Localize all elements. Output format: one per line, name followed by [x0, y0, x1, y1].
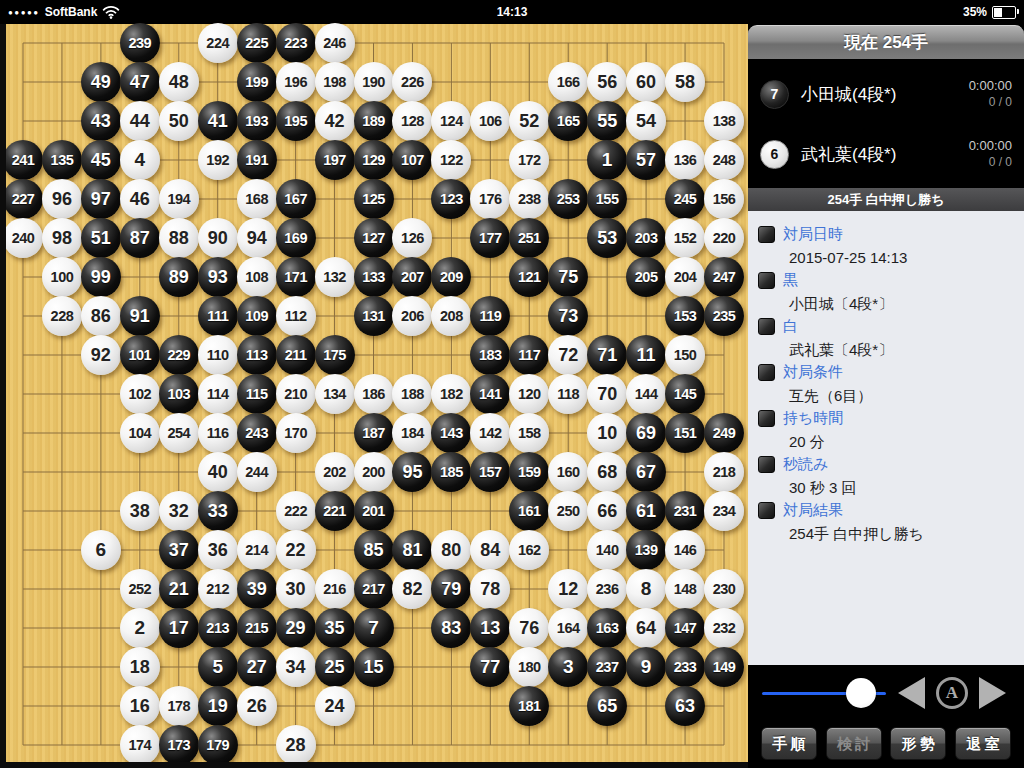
stone-black-11: 11 [626, 335, 666, 375]
stone-black-93: 93 [198, 257, 238, 297]
stone-black-155: 155 [587, 179, 627, 219]
stone-white-36: 36 [198, 530, 238, 570]
slider-knob[interactable] [846, 678, 876, 708]
square-bullet-icon [758, 318, 775, 335]
black-player-time: 0:00:00 [969, 78, 1012, 94]
stone-white-58: 58 [665, 62, 705, 102]
stone-white-216: 216 [315, 569, 355, 609]
square-bullet-icon [758, 226, 775, 243]
stone-black-29: 29 [276, 608, 316, 648]
stone-white-40: 40 [198, 452, 238, 492]
stone-white-92: 92 [81, 335, 121, 375]
square-bullet-icon [758, 364, 775, 381]
stone-white-150: 150 [665, 335, 705, 375]
stone-white-104: 104 [120, 413, 160, 453]
clock: 14:13 [0, 0, 1024, 24]
stone-white-254: 254 [159, 413, 199, 453]
stone-white-98: 98 [42, 218, 82, 258]
stone-black-205: 205 [626, 257, 666, 297]
stone-black-165: 165 [548, 101, 588, 141]
board-edge [0, 762, 748, 768]
stone-black-217: 217 [354, 569, 394, 609]
stone-black-199: 199 [237, 62, 277, 102]
stone-white-224: 224 [198, 23, 238, 63]
stone-white-168: 168 [237, 179, 277, 219]
stone-white-64: 64 [626, 608, 666, 648]
stone-black-35: 35 [315, 608, 355, 648]
stone-black-5: 5 [198, 647, 238, 687]
stone-black-113: 113 [237, 335, 277, 375]
stone-white-140: 140 [587, 530, 627, 570]
stone-black-211: 211 [276, 335, 316, 375]
territory-button[interactable]: 形勢 [890, 727, 946, 760]
info-value: 30 秒 3 回 [758, 476, 1014, 499]
stone-white-28: 28 [276, 725, 316, 765]
stone-white-94: 94 [237, 218, 277, 258]
stone-black-203: 203 [626, 218, 666, 258]
stone-white-252: 252 [120, 569, 160, 609]
stone-white-204: 204 [665, 257, 705, 297]
stone-white-30: 30 [276, 569, 316, 609]
info-label: 秒読み [758, 453, 1014, 476]
stone-white-68: 68 [587, 452, 627, 492]
info-label: 白 [758, 315, 1014, 338]
info-value: 20 分 [758, 430, 1014, 453]
stone-white-190: 190 [354, 62, 394, 102]
stone-black-241: 241 [3, 140, 43, 180]
info-label: 持ち時間 [758, 407, 1014, 430]
stone-white-152: 152 [665, 218, 705, 258]
stone-black-51: 51 [81, 218, 121, 258]
stone-white-114: 114 [198, 374, 238, 414]
stone-white-212: 212 [198, 569, 238, 609]
stone-black-85: 85 [354, 530, 394, 570]
stone-black-195: 195 [276, 101, 316, 141]
stone-white-42: 42 [315, 101, 355, 141]
game-info-panel: 現在 254手 7 小田城(4段*) 0:00:00 0 / 0 6 武礼葉(4… [748, 24, 1024, 768]
stone-black-53: 53 [587, 218, 627, 258]
black-player-name: 小田城(4段*) [801, 83, 957, 106]
stone-white-232: 232 [704, 608, 744, 648]
stone-black-61: 61 [626, 491, 666, 531]
stone-white-218: 218 [704, 452, 744, 492]
stone-black-163: 163 [587, 608, 627, 648]
stone-white-228: 228 [42, 296, 82, 336]
auto-play-button[interactable]: A [936, 677, 968, 709]
square-bullet-icon [758, 502, 775, 519]
stone-white-170: 170 [276, 413, 316, 453]
stone-black-47: 47 [120, 62, 160, 102]
stone-black-147: 147 [665, 608, 705, 648]
stone-black-131: 131 [354, 296, 394, 336]
stone-black-39: 39 [237, 569, 277, 609]
player-row-black: 7 小田城(4段*) 0:00:00 0 / 0 [748, 64, 1024, 124]
app-screen: ●●●●● SoftBank 14:13 35% 239224225223246… [0, 0, 1024, 768]
stone-white-138: 138 [704, 101, 744, 141]
stone-white-178: 178 [159, 686, 199, 726]
stone-black-111: 111 [198, 296, 238, 336]
stone-black-133: 133 [354, 257, 394, 297]
stone-black-15: 15 [354, 647, 394, 687]
stone-white-240: 240 [3, 218, 43, 258]
stone-white-250: 250 [548, 491, 588, 531]
move-order-button[interactable]: 手順 [761, 727, 817, 760]
info-value: 小田城〔4段*〕 [758, 292, 1014, 315]
stone-black-249: 249 [704, 413, 744, 453]
white-player-time: 0:00:00 [969, 138, 1012, 154]
stone-white-22: 22 [276, 530, 316, 570]
stone-white-146: 146 [665, 530, 705, 570]
stone-white-16: 16 [120, 686, 160, 726]
info-label: 対局日時 [758, 223, 1014, 246]
stone-black-151: 151 [665, 413, 705, 453]
next-move-button[interactable] [979, 677, 1006, 709]
stone-black-101: 101 [120, 335, 160, 375]
stone-white-236: 236 [587, 569, 627, 609]
stone-black-159: 159 [509, 452, 549, 492]
stone-white-186: 186 [354, 374, 394, 414]
stone-white-234: 234 [704, 491, 744, 531]
stone-white-60: 60 [626, 62, 666, 102]
stone-white-18: 18 [120, 647, 160, 687]
stone-black-37: 37 [159, 530, 199, 570]
stone-white-220: 220 [704, 218, 744, 258]
stone-white-44: 44 [120, 101, 160, 141]
stone-black-43: 43 [81, 101, 121, 141]
stone-white-144: 144 [626, 374, 666, 414]
stone-white-108: 108 [237, 257, 277, 297]
stone-white-244: 244 [237, 452, 277, 492]
stone-black-193: 193 [237, 101, 277, 141]
stone-black-173: 173 [159, 725, 199, 765]
black-stone-badge: 7 [760, 80, 789, 109]
stone-black-99: 99 [81, 257, 121, 297]
stone-white-76: 76 [509, 608, 549, 648]
stone-white-34: 34 [276, 647, 316, 687]
status-bar: ●●●●● SoftBank 14:13 35% [0, 0, 1024, 24]
stone-black-225: 225 [237, 23, 277, 63]
stone-black-221: 221 [315, 491, 355, 531]
stone-black-215: 215 [237, 608, 277, 648]
exit-button[interactable]: 退室 [955, 727, 1011, 760]
stone-black-213: 213 [198, 608, 238, 648]
stone-white-52: 52 [509, 101, 549, 141]
stone-black-97: 97 [81, 179, 121, 219]
stone-white-230: 230 [704, 569, 744, 609]
board-edge [0, 24, 6, 768]
stone-black-201: 201 [354, 491, 394, 531]
stone-black-41: 41 [198, 101, 238, 141]
stone-black-65: 65 [587, 686, 627, 726]
stone-black-197: 197 [315, 140, 355, 180]
stone-black-45: 45 [81, 140, 121, 180]
stone-white-90: 90 [198, 218, 238, 258]
stone-white-56: 56 [587, 62, 627, 102]
stone-white-54: 54 [626, 101, 666, 141]
battery-icon [992, 6, 1016, 19]
stone-white-72: 72 [548, 335, 588, 375]
stone-black-89: 89 [159, 257, 199, 297]
stone-black-245: 245 [665, 179, 705, 219]
stone-white-102: 102 [120, 374, 160, 414]
stone-white-48: 48 [159, 62, 199, 102]
stone-black-129: 129 [354, 140, 394, 180]
stone-white-110: 110 [198, 335, 238, 375]
stone-white-134: 134 [315, 374, 355, 414]
stone-black-161: 161 [509, 491, 549, 531]
stone-black-167: 167 [276, 179, 316, 219]
stone-black-87: 87 [120, 218, 160, 258]
player-row-white: 6 武礼葉(4段*) 0:00:00 0 / 0 [748, 124, 1024, 184]
stone-white-238: 238 [509, 179, 549, 219]
stone-black-25: 25 [315, 647, 355, 687]
white-player-periods: 0 / 0 [969, 155, 1012, 170]
stone-black-21: 21 [159, 569, 199, 609]
stone-black-125: 125 [354, 179, 394, 219]
stone-black-71: 71 [587, 335, 627, 375]
stone-white-88: 88 [159, 218, 199, 258]
battery-percent: 35% [963, 5, 987, 19]
stone-white-172: 172 [509, 140, 549, 180]
stone-white-156: 156 [704, 179, 744, 219]
stone-black-253: 253 [548, 179, 588, 219]
stone-black-149: 149 [704, 647, 744, 687]
square-bullet-icon [758, 456, 775, 473]
square-bullet-icon [758, 272, 775, 289]
info-label: 黒 [758, 269, 1014, 292]
stone-black-17: 17 [159, 608, 199, 648]
stone-white-214: 214 [237, 530, 277, 570]
stone-white-120: 120 [509, 374, 549, 414]
stone-black-27: 27 [237, 647, 277, 687]
stone-black-223: 223 [276, 23, 316, 63]
stone-black-237: 237 [587, 647, 627, 687]
stone-black-251: 251 [509, 218, 549, 258]
stone-black-49: 49 [81, 62, 121, 102]
stone-white-164: 164 [548, 608, 588, 648]
prev-move-button[interactable] [898, 677, 925, 709]
stone-black-169: 169 [276, 218, 316, 258]
stone-black-69: 69 [626, 413, 666, 453]
stone-white-160: 160 [548, 452, 588, 492]
stone-black-135: 135 [42, 140, 82, 180]
stone-black-175: 175 [315, 335, 355, 375]
stone-black-171: 171 [276, 257, 316, 297]
square-bullet-icon [758, 410, 775, 427]
bottom-button-bar: 手順 検討 形勢 退室 [748, 727, 1024, 761]
stone-black-187: 187 [354, 413, 394, 453]
stone-white-136: 136 [665, 140, 705, 180]
stone-white-4: 4 [120, 140, 160, 180]
white-player-name: 武礼葉(4段*) [801, 143, 957, 166]
stone-black-117: 117 [509, 335, 549, 375]
stone-white-112: 112 [276, 296, 316, 336]
stone-white-26: 26 [237, 686, 277, 726]
stone-white-100: 100 [42, 257, 82, 297]
stone-white-174: 174 [120, 725, 160, 765]
review-button[interactable]: 検討 [826, 727, 882, 760]
stone-white-162: 162 [509, 530, 549, 570]
stone-white-8: 8 [626, 569, 666, 609]
stone-black-153: 153 [665, 296, 705, 336]
stone-black-19: 19 [198, 686, 238, 726]
stone-white-6: 6 [81, 530, 121, 570]
stone-white-210: 210 [276, 374, 316, 414]
stone-black-91: 91 [120, 296, 160, 336]
stone-white-132: 132 [315, 257, 355, 297]
stone-black-189: 189 [354, 101, 394, 141]
stone-black-55: 55 [587, 101, 627, 141]
stone-black-191: 191 [237, 140, 277, 180]
stone-white-86: 86 [81, 296, 121, 336]
stone-white-38: 38 [120, 491, 160, 531]
stone-black-63: 63 [665, 686, 705, 726]
stone-black-229: 229 [159, 335, 199, 375]
info-value: 互先（6目） [758, 384, 1014, 407]
stone-white-66: 66 [587, 491, 627, 531]
stone-white-198: 198 [315, 62, 355, 102]
status-right: 35% [963, 0, 1016, 24]
stone-white-158: 158 [509, 413, 549, 453]
stone-white-24: 24 [315, 686, 355, 726]
stone-black-227: 227 [3, 179, 43, 219]
stone-black-243: 243 [237, 413, 277, 453]
stone-white-46: 46 [120, 179, 160, 219]
stone-black-231: 231 [665, 491, 705, 531]
info-value: 2015-07-25 14:13 [758, 246, 1014, 269]
stone-black-57: 57 [626, 140, 666, 180]
current-move-header: 現在 254手 [748, 25, 1024, 59]
stone-black-3: 3 [548, 647, 588, 687]
stone-white-194: 194 [159, 179, 199, 219]
stone-white-180: 180 [509, 647, 549, 687]
stone-black-235: 235 [704, 296, 744, 336]
info-label: 対局結果 [758, 499, 1014, 522]
stone-white-196: 196 [276, 62, 316, 102]
stone-black-239: 239 [120, 23, 160, 63]
stone-black-67: 67 [626, 452, 666, 492]
stone-white-248: 248 [704, 140, 744, 180]
playback-controls: A 手順 検討 形勢 退室 [748, 665, 1024, 768]
stone-black-233: 233 [665, 647, 705, 687]
stone-white-246: 246 [315, 23, 355, 63]
game-details-list: 対局日時 2015-07-25 14:13 黒 小田城〔4段*〕 白 武礼葉〔4… [748, 211, 1024, 665]
stone-black-181: 181 [509, 686, 549, 726]
stone-white-12: 12 [548, 569, 588, 609]
stone-white-166: 166 [548, 62, 588, 102]
stone-white-116: 116 [198, 413, 238, 453]
white-stone-badge: 6 [760, 140, 789, 169]
stone-black-73: 73 [548, 296, 588, 336]
stone-white-96: 96 [42, 179, 82, 219]
stone-white-192: 192 [198, 140, 238, 180]
info-value: 武礼葉〔4段*〕 [758, 338, 1014, 361]
stone-black-145: 145 [665, 374, 705, 414]
stone-white-200: 200 [354, 452, 394, 492]
stone-black-1: 1 [587, 140, 627, 180]
game-result-bar: 254手 白中押し勝ち [748, 188, 1024, 211]
stone-white-118: 118 [548, 374, 588, 414]
stone-black-139: 139 [626, 530, 666, 570]
stone-white-2: 2 [120, 608, 160, 648]
stone-white-202: 202 [315, 452, 355, 492]
stone-black-127: 127 [354, 218, 394, 258]
stone-black-75: 75 [548, 257, 588, 297]
stone-white-10: 10 [587, 413, 627, 453]
stone-black-33: 33 [198, 491, 238, 531]
stone-white-222: 222 [276, 491, 316, 531]
stone-black-247: 247 [704, 257, 744, 297]
stone-black-103: 103 [159, 374, 199, 414]
info-value: 254手 白中押し勝ち [758, 522, 1014, 545]
stone-white-32: 32 [159, 491, 199, 531]
info-label: 対局条件 [758, 361, 1014, 384]
stone-white-50: 50 [159, 101, 199, 141]
stone-black-109: 109 [237, 296, 277, 336]
black-player-periods: 0 / 0 [969, 95, 1012, 110]
stone-black-115: 115 [237, 374, 277, 414]
stone-white-70: 70 [587, 374, 627, 414]
stone-black-7: 7 [354, 608, 394, 648]
stone-black-121: 121 [509, 257, 549, 297]
go-board[interactable]: 2392242252232464947481991961981902261665… [0, 24, 748, 768]
stone-black-179: 179 [198, 725, 238, 765]
stone-white-148: 148 [665, 569, 705, 609]
stone-black-9: 9 [626, 647, 666, 687]
